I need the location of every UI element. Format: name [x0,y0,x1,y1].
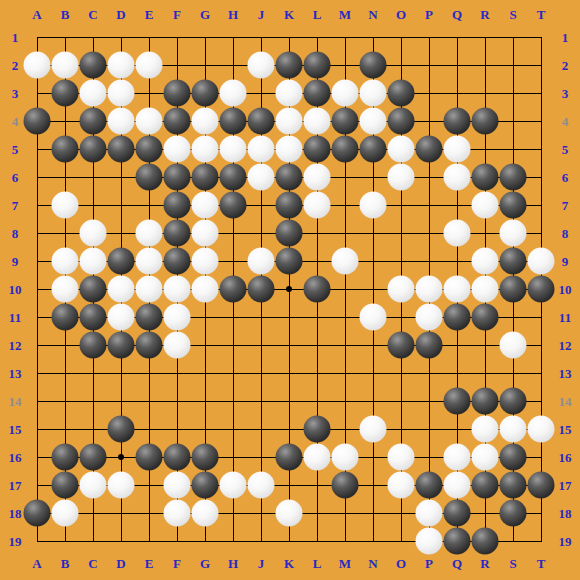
column-label-bottom: E [145,557,154,570]
stone-white [444,444,471,471]
stone-white [108,108,135,135]
stone-white [164,304,191,331]
row-label-right: 7 [562,199,569,212]
column-label-top: J [258,8,265,21]
stone-black [444,388,471,415]
stone-black [52,304,79,331]
stone-white [136,52,163,79]
stone-black [276,220,303,247]
stone-white [444,472,471,499]
column-label-bottom: P [425,557,433,570]
stone-black [192,80,219,107]
stone-black [52,472,79,499]
stone-black [500,248,527,275]
stone-black [276,248,303,275]
stone-black [192,164,219,191]
stone-white [304,108,331,135]
stone-black [388,108,415,135]
column-label-bottom: O [396,557,406,570]
column-label-bottom: D [116,557,125,570]
stone-white [80,220,107,247]
stone-white [472,444,499,471]
column-label-bottom: A [32,557,41,570]
row-label-right: 16 [559,451,572,464]
stone-black [276,164,303,191]
stone-black [136,332,163,359]
row-label-right: 2 [562,59,569,72]
column-label-top: P [425,8,433,21]
stone-black [444,500,471,527]
stone-white [304,192,331,219]
stone-white [528,248,555,275]
column-label-bottom: B [61,557,70,570]
stone-black [276,444,303,471]
stone-white [248,472,275,499]
stone-black [472,108,499,135]
row-label-right: 1 [562,31,569,44]
column-label-bottom: L [313,557,322,570]
stone-white [332,248,359,275]
stone-black [24,108,51,135]
stone-black [136,136,163,163]
row-label-right: 3 [562,87,569,100]
column-label-bottom: N [368,557,377,570]
stone-white [248,164,275,191]
row-label-left: 7 [12,199,19,212]
stone-black [108,332,135,359]
stone-white [500,416,527,443]
stone-white [360,416,387,443]
stone-white [220,136,247,163]
stone-white [472,192,499,219]
stone-white [472,416,499,443]
stone-black [444,304,471,331]
stone-black [80,276,107,303]
stone-black [500,164,527,191]
stone-white [192,276,219,303]
stone-white [444,164,471,191]
stone-white [52,52,79,79]
column-label-bottom: R [480,557,489,570]
stone-white [164,500,191,527]
stone-white [416,500,443,527]
row-label-left: 11 [9,311,21,324]
stone-black [80,52,107,79]
stone-white [108,80,135,107]
stone-black [220,108,247,135]
stone-black [192,472,219,499]
stone-black [164,248,191,275]
column-label-bottom: Q [452,557,462,570]
stone-white [388,136,415,163]
stone-black [248,108,275,135]
stone-white [220,80,247,107]
row-label-left: 17 [9,479,22,492]
stone-black [80,136,107,163]
stone-black [444,108,471,135]
stone-white [500,220,527,247]
stone-black [500,444,527,471]
stone-black [24,500,51,527]
stone-black [304,136,331,163]
row-label-left: 15 [9,423,22,436]
stone-white [528,416,555,443]
row-label-right: 17 [559,479,572,492]
stone-white [108,52,135,79]
column-label-top: H [228,8,238,21]
row-label-left: 19 [9,535,22,548]
stone-white [24,52,51,79]
row-label-left: 2 [12,59,19,72]
column-label-bottom: T [537,557,546,570]
stone-white [80,80,107,107]
stone-white [332,80,359,107]
stone-white [192,500,219,527]
stone-black [164,192,191,219]
stone-black [164,444,191,471]
column-label-top: B [61,8,70,21]
row-label-left: 10 [9,283,22,296]
stone-black [136,164,163,191]
stone-white [80,472,107,499]
column-label-top: T [537,8,546,21]
stone-black [416,472,443,499]
stone-white [500,332,527,359]
stone-white [276,136,303,163]
column-label-top: C [88,8,97,21]
stone-black [500,192,527,219]
stone-black [472,304,499,331]
stone-white [164,136,191,163]
column-label-top: O [396,8,406,21]
stone-black [108,136,135,163]
row-label-right: 10 [559,283,572,296]
stone-white [388,472,415,499]
stone-white [248,248,275,275]
stone-black [416,332,443,359]
stone-black [500,388,527,415]
stone-white [192,136,219,163]
stone-white [52,500,79,527]
stone-black [528,276,555,303]
stone-black [304,416,331,443]
stone-black [472,164,499,191]
column-label-top: L [313,8,322,21]
stone-white [192,108,219,135]
row-label-right: 14 [559,395,572,408]
stone-black [304,80,331,107]
column-label-bottom: H [228,557,238,570]
row-label-right: 5 [562,143,569,156]
stone-black [388,332,415,359]
stone-white [248,52,275,79]
stone-black [108,416,135,443]
stone-black [276,52,303,79]
stone-black [80,444,107,471]
stone-black [360,136,387,163]
stone-white [416,304,443,331]
stone-white [276,108,303,135]
row-label-right: 19 [559,535,572,548]
stone-white [472,276,499,303]
column-label-top: A [32,8,41,21]
stone-black [472,388,499,415]
stone-black [220,276,247,303]
stone-white [220,472,247,499]
stone-black [80,304,107,331]
row-label-left: 13 [9,367,22,380]
go-board[interactable]: AABBCCDDEEFFGGHHJJKKLLMMNNOOPPQQRRSSTT11… [0,0,580,580]
stone-white [248,136,275,163]
stone-black [164,164,191,191]
column-label-top: E [145,8,154,21]
stone-black [108,248,135,275]
row-label-right: 4 [562,115,569,128]
column-label-top: M [339,8,351,21]
column-label-bottom: F [173,557,181,570]
stone-white [192,220,219,247]
star-point [286,286,292,292]
stone-black [500,276,527,303]
stone-white [472,248,499,275]
row-label-right: 18 [559,507,572,520]
stone-white [416,276,443,303]
column-label-bottom: S [509,557,516,570]
stone-black [416,136,443,163]
stone-black [332,136,359,163]
stone-white [52,192,79,219]
stone-white [136,276,163,303]
star-point [118,454,124,460]
row-label-right: 15 [559,423,572,436]
stone-black [276,192,303,219]
stone-white [164,276,191,303]
stone-white [52,276,79,303]
stone-black [388,80,415,107]
row-label-left: 8 [12,227,19,240]
stone-black [248,276,275,303]
stone-black [164,220,191,247]
row-label-right: 8 [562,227,569,240]
stone-white [444,220,471,247]
stone-black [80,332,107,359]
stone-white [360,192,387,219]
column-label-top: F [173,8,181,21]
stone-black [304,276,331,303]
stone-black [360,52,387,79]
stone-white [80,248,107,275]
go-app: { "game": "go", "board_size": 19, "posit… [0,0,580,580]
stone-white [276,500,303,527]
stone-black [192,444,219,471]
stone-white [360,80,387,107]
row-label-left: 9 [12,255,19,268]
stone-black [220,192,247,219]
stone-white [332,444,359,471]
column-label-top: D [116,8,125,21]
stone-black [164,108,191,135]
stone-black [136,444,163,471]
stone-black [304,52,331,79]
stone-white [192,248,219,275]
stone-white [444,136,471,163]
stone-white [52,248,79,275]
row-label-left: 12 [9,339,22,352]
stone-white [108,472,135,499]
row-label-left: 5 [12,143,19,156]
stone-black [52,136,79,163]
row-label-left: 1 [12,31,19,44]
row-label-left: 18 [9,507,22,520]
stone-white [388,276,415,303]
column-label-bottom: J [258,557,265,570]
stone-white [416,528,443,555]
column-label-top: R [480,8,489,21]
stone-white [108,304,135,331]
column-label-top: G [200,8,210,21]
column-label-bottom: K [284,557,294,570]
stone-white [304,164,331,191]
stone-white [444,276,471,303]
stone-black [472,472,499,499]
column-label-top: Q [452,8,462,21]
stone-white [360,108,387,135]
row-label-right: 11 [559,311,571,324]
stone-white [164,472,191,499]
stone-white [388,444,415,471]
stone-white [304,444,331,471]
stone-black [444,528,471,555]
stone-white [360,304,387,331]
column-label-bottom: C [88,557,97,570]
row-label-left: 16 [9,451,22,464]
stone-white [136,248,163,275]
stone-black [500,472,527,499]
column-label-top: S [509,8,516,21]
stone-black [528,472,555,499]
row-label-right: 9 [562,255,569,268]
stone-white [164,332,191,359]
stone-black [220,164,247,191]
stone-black [332,108,359,135]
stone-white [108,276,135,303]
stone-black [332,472,359,499]
stone-white [192,192,219,219]
column-label-top: K [284,8,294,21]
stone-black [164,80,191,107]
stone-black [472,528,499,555]
row-label-right: 6 [562,171,569,184]
stone-black [500,500,527,527]
row-label-left: 14 [9,395,22,408]
row-label-right: 13 [559,367,572,380]
stone-black [52,444,79,471]
column-label-top: N [368,8,377,21]
grid-line-horizontal [37,373,542,374]
row-label-right: 12 [559,339,572,352]
column-label-bottom: G [200,557,210,570]
stone-white [276,80,303,107]
row-label-left: 4 [12,115,19,128]
row-label-left: 6 [12,171,19,184]
stone-black [52,80,79,107]
stone-white [388,164,415,191]
stone-black [80,108,107,135]
row-label-left: 3 [12,87,19,100]
stone-white [136,220,163,247]
column-label-bottom: M [339,557,351,570]
stone-black [136,304,163,331]
stone-white [136,108,163,135]
